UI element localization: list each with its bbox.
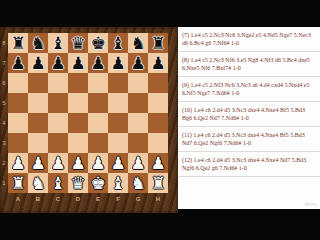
- square-d7[interactable]: ♟: [68, 53, 88, 73]
- white-queen[interactable]: ♛: [68, 173, 88, 193]
- square-d1[interactable]: ♛: [68, 173, 88, 193]
- square-c5[interactable]: [48, 93, 68, 113]
- square-g8[interactable]: ♞: [128, 33, 148, 53]
- game-entry[interactable]: (7) 1.e4 c5 2.Nc3 Nc6 3.Nge2 e5 4.Nd5 Ng…: [178, 27, 320, 52]
- square-e6[interactable]: [88, 73, 108, 93]
- square-g6[interactable]: [128, 73, 148, 93]
- square-e2[interactable]: ♟: [88, 153, 108, 173]
- square-c8[interactable]: ♝: [48, 33, 68, 53]
- square-e7[interactable]: ♟: [88, 53, 108, 73]
- square-f3[interactable]: [108, 133, 128, 153]
- game-entry[interactable]: (12) 1.e4 c6 2.d4 d5 3.Nc3 dxe4 4.Nxe4 N…: [178, 152, 320, 177]
- square-f5[interactable]: [108, 93, 128, 113]
- file-labels: ABCDEFGH: [8, 193, 168, 207]
- square-h5[interactable]: [148, 93, 168, 113]
- square-c6[interactable]: [48, 73, 68, 93]
- square-e3[interactable]: [88, 133, 108, 153]
- game-entry[interactable]: (9) 1.e4 c5 2.Nf3 Nc6 3.Nc3 a6 4.d4 cxd4…: [178, 77, 320, 102]
- square-a1[interactable]: ♜: [8, 173, 28, 193]
- black-pawn[interactable]: ♟: [68, 53, 88, 73]
- square-d6[interactable]: [68, 73, 88, 93]
- white-king[interactable]: ♚: [88, 173, 108, 193]
- square-f8[interactable]: ♝: [108, 33, 128, 53]
- square-d8[interactable]: ♛: [68, 33, 88, 53]
- square-c3[interactable]: [48, 133, 68, 153]
- square-f2[interactable]: ♟: [108, 153, 128, 173]
- black-pawn[interactable]: ♟: [8, 53, 28, 73]
- square-c7[interactable]: ♟: [48, 53, 68, 73]
- black-pawn[interactable]: ♟: [48, 53, 68, 73]
- black-queen[interactable]: ♛: [68, 33, 88, 53]
- white-pawn[interactable]: ♟: [8, 153, 28, 173]
- black-pawn[interactable]: ♟: [88, 53, 108, 73]
- square-g2[interactable]: ♟: [128, 153, 148, 173]
- square-b6[interactable]: [28, 73, 48, 93]
- white-knight[interactable]: ♞: [28, 173, 48, 193]
- square-f1[interactable]: ♝: [108, 173, 128, 193]
- square-h1[interactable]: ♜: [148, 173, 168, 193]
- square-h8[interactable]: ♜: [148, 33, 168, 53]
- square-a4[interactable]: [8, 113, 28, 133]
- black-bishop[interactable]: ♝: [108, 33, 128, 53]
- white-rook[interactable]: ♜: [8, 173, 28, 193]
- chess-board-frame: 87654321 ♜♞♝♛♚♝♞♜♟♟♟♟♟♟♟♟♟♟♟♟♟♟♟♟♜♞♝♛♚♝♞…: [0, 27, 178, 213]
- square-e4[interactable]: [88, 113, 108, 133]
- square-c2[interactable]: ♟: [48, 153, 68, 173]
- white-pawn[interactable]: ♟: [68, 153, 88, 173]
- watermark: Menu: [304, 201, 317, 207]
- rank-label-8: 8: [0, 33, 8, 53]
- game-entry[interactable]: (8) 1.e4 c5 2.Nc3 Nf6 3.e5 Ng8 4.Nf3 d6 …: [178, 52, 320, 77]
- rank-labels: 87654321: [0, 33, 8, 193]
- square-b2[interactable]: ♟: [28, 153, 48, 173]
- square-b5[interactable]: [28, 93, 48, 113]
- square-h7[interactable]: ♟: [148, 53, 168, 73]
- file-label-f: F: [108, 193, 128, 207]
- white-pawn[interactable]: ♟: [88, 153, 108, 173]
- game-entry[interactable]: (10) 1.e4 c6 2.d4 d5 3.Nc3 dxe4 4.Nxe4 B…: [178, 102, 320, 127]
- white-bishop[interactable]: ♝: [48, 173, 68, 193]
- square-b7[interactable]: ♟: [28, 53, 48, 73]
- square-b4[interactable]: [28, 113, 48, 133]
- chess-board[interactable]: ♜♞♝♛♚♝♞♜♟♟♟♟♟♟♟♟♟♟♟♟♟♟♟♟♜♞♝♛♚♝♞♜: [8, 33, 168, 193]
- file-label-d: D: [68, 193, 88, 207]
- square-b3[interactable]: [28, 133, 48, 153]
- square-h2[interactable]: ♟: [148, 153, 168, 173]
- square-c1[interactable]: ♝: [48, 173, 68, 193]
- file-label-h: H: [148, 193, 168, 207]
- square-f6[interactable]: [108, 73, 128, 93]
- square-a8[interactable]: ♜: [8, 33, 28, 53]
- square-e8[interactable]: ♚: [88, 33, 108, 53]
- white-knight[interactable]: ♞: [128, 173, 148, 193]
- rank-label-2: 2: [0, 153, 8, 173]
- black-pawn[interactable]: ♟: [128, 53, 148, 73]
- square-a2[interactable]: ♟: [8, 153, 28, 173]
- black-rook[interactable]: ♜: [8, 33, 28, 53]
- square-f7[interactable]: ♟: [108, 53, 128, 73]
- square-h3[interactable]: [148, 133, 168, 153]
- square-h4[interactable]: [148, 113, 168, 133]
- square-a3[interactable]: [8, 133, 28, 153]
- white-pawn[interactable]: ♟: [28, 153, 48, 173]
- white-rook[interactable]: ♜: [148, 173, 168, 193]
- rank-label-1: 1: [0, 173, 8, 193]
- black-knight[interactable]: ♞: [28, 33, 48, 53]
- file-label-e: E: [88, 193, 108, 207]
- rank-label-5: 5: [0, 93, 8, 113]
- square-e1[interactable]: ♚: [88, 173, 108, 193]
- file-label-g: G: [128, 193, 148, 207]
- white-bishop[interactable]: ♝: [108, 173, 128, 193]
- square-d3[interactable]: [68, 133, 88, 153]
- white-pawn[interactable]: ♟: [148, 153, 168, 173]
- square-g1[interactable]: ♞: [128, 173, 148, 193]
- black-bishop[interactable]: ♝: [48, 33, 68, 53]
- black-pawn[interactable]: ♟: [108, 53, 128, 73]
- black-king[interactable]: ♚: [88, 33, 108, 53]
- square-b8[interactable]: ♞: [28, 33, 48, 53]
- square-g5[interactable]: [128, 93, 148, 113]
- rank-label-6: 6: [0, 73, 8, 93]
- game-entry[interactable]: (11) 1.e4 c6 2.d4 d5 3.Nc3 dxe4 4.Nxe4 B…: [178, 127, 320, 152]
- file-label-c: C: [48, 193, 68, 207]
- square-d2[interactable]: ♟: [68, 153, 88, 173]
- square-g3[interactable]: [128, 133, 148, 153]
- black-knight[interactable]: ♞: [128, 33, 148, 53]
- black-rook[interactable]: ♜: [148, 33, 168, 53]
- game-list-panel[interactable]: (7) 1.e4 c5 2.Nc3 Nc6 3.Nge2 e5 4.Nd5 Ng…: [178, 27, 320, 209]
- square-f4[interactable]: [108, 113, 128, 133]
- white-pawn[interactable]: ♟: [108, 153, 128, 173]
- square-d4[interactable]: [68, 113, 88, 133]
- rank-label-7: 7: [0, 53, 8, 73]
- game-list: (7) 1.e4 c5 2.Nc3 Nc6 3.Nge2 e5 4.Nd5 Ng…: [178, 27, 320, 177]
- square-e5[interactable]: [88, 93, 108, 113]
- square-a6[interactable]: [8, 73, 28, 93]
- square-b1[interactable]: ♞: [28, 173, 48, 193]
- file-label-a: A: [8, 193, 28, 207]
- square-d5[interactable]: [68, 93, 88, 113]
- square-c4[interactable]: [48, 113, 68, 133]
- square-a5[interactable]: [8, 93, 28, 113]
- white-pawn[interactable]: ♟: [128, 153, 148, 173]
- black-pawn[interactable]: ♟: [148, 53, 168, 73]
- black-pawn[interactable]: ♟: [28, 53, 48, 73]
- square-g7[interactable]: ♟: [128, 53, 148, 73]
- file-label-b: B: [28, 193, 48, 207]
- square-a7[interactable]: ♟: [8, 53, 28, 73]
- rank-label-3: 3: [0, 133, 8, 153]
- rank-label-4: 4: [0, 113, 8, 133]
- square-h6[interactable]: [148, 73, 168, 93]
- square-g4[interactable]: [128, 113, 148, 133]
- white-pawn[interactable]: ♟: [48, 153, 68, 173]
